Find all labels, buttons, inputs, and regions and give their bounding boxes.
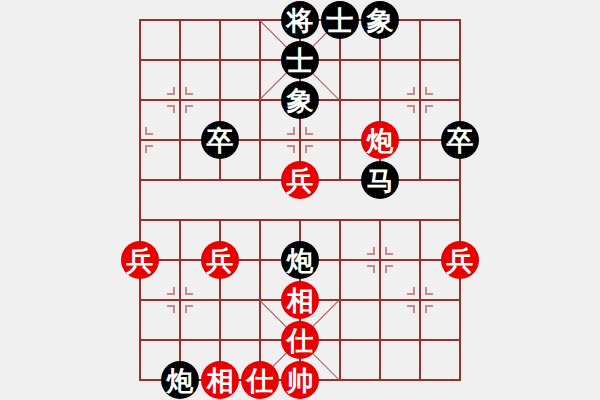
- point-marker: [305, 145, 307, 153]
- point-marker: [413, 87, 415, 95]
- piece-black-cannon[interactable]: 炮: [161, 361, 199, 399]
- piece-black-soldier[interactable]: 卒: [201, 121, 239, 159]
- point-marker: [173, 305, 175, 313]
- piece-red-elephant[interactable]: 相: [281, 281, 319, 319]
- xiangqi-board: 将士象士象卒炮卒兵马兵兵炮兵相仕炮相仕帅: [0, 0, 600, 400]
- point-marker: [173, 287, 175, 295]
- point-marker: [425, 305, 427, 313]
- point-marker: [145, 145, 147, 153]
- point-marker: [413, 105, 415, 113]
- xiangqi-app: 将士象士象卒炮卒兵马兵兵炮兵相仕炮相仕帅: [0, 0, 600, 400]
- point-marker: [425, 105, 427, 113]
- grid-line-v: [379, 219, 381, 381]
- point-marker: [385, 247, 387, 255]
- grid-line-v: [419, 219, 421, 381]
- point-marker: [373, 247, 375, 255]
- point-marker: [373, 265, 375, 273]
- grid-line-v: [459, 19, 461, 381]
- piece-red-elephant[interactable]: 相: [201, 361, 239, 399]
- piece-black-cannon[interactable]: 炮: [281, 241, 319, 279]
- piece-red-soldier[interactable]: 兵: [201, 241, 239, 279]
- piece-red-soldier[interactable]: 兵: [281, 161, 319, 199]
- point-marker: [305, 127, 307, 135]
- piece-black-elephant[interactable]: 象: [281, 81, 319, 119]
- point-marker: [293, 127, 295, 135]
- point-marker: [293, 145, 295, 153]
- point-marker: [173, 105, 175, 113]
- piece-red-advisor[interactable]: 仕: [281, 321, 319, 359]
- piece-black-advisor[interactable]: 士: [321, 1, 359, 39]
- point-marker: [185, 105, 187, 113]
- point-marker: [425, 87, 427, 95]
- point-marker: [145, 127, 147, 135]
- piece-red-soldier[interactable]: 兵: [441, 241, 479, 279]
- piece-black-elephant[interactable]: 象: [361, 1, 399, 39]
- point-marker: [185, 87, 187, 95]
- point-marker: [425, 287, 427, 295]
- piece-red-soldier[interactable]: 兵: [121, 241, 159, 279]
- point-marker: [173, 87, 175, 95]
- point-marker: [413, 305, 415, 313]
- point-marker: [413, 287, 415, 295]
- piece-red-general[interactable]: 帅: [281, 361, 319, 399]
- point-marker: [385, 265, 387, 273]
- point-marker: [185, 287, 187, 295]
- grid-line-v: [179, 219, 181, 381]
- piece-black-advisor[interactable]: 士: [281, 41, 319, 79]
- piece-black-soldier[interactable]: 卒: [441, 121, 479, 159]
- point-marker: [185, 305, 187, 313]
- grid-line-v: [139, 19, 141, 381]
- piece-red-advisor[interactable]: 仕: [241, 361, 279, 399]
- piece-black-horse[interactable]: 马: [361, 161, 399, 199]
- grid-line-v: [419, 19, 421, 181]
- piece-red-cannon[interactable]: 炮: [361, 121, 399, 159]
- piece-black-general[interactable]: 将: [281, 1, 319, 39]
- grid-line-v: [179, 19, 181, 181]
